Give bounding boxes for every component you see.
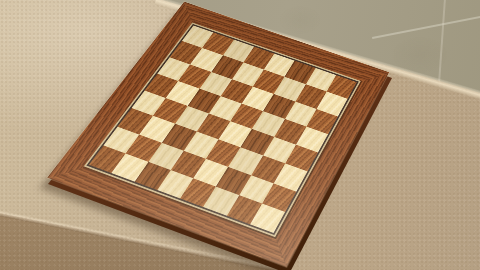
scene — [0, 0, 480, 270]
